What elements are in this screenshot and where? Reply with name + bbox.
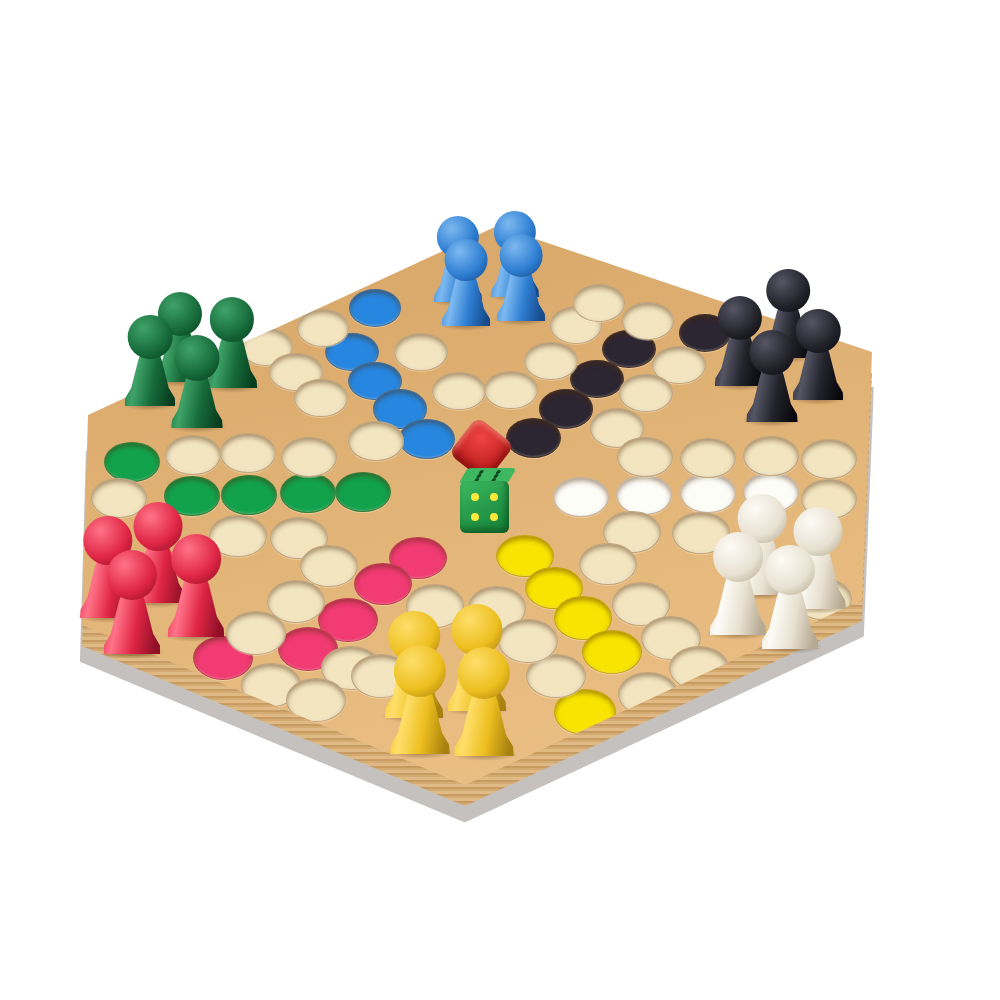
hole-cream-track[interactable] <box>300 545 358 587</box>
hole-cream-track[interactable] <box>743 436 798 476</box>
hole-cream-track[interactable] <box>579 543 637 585</box>
board-scene <box>0 0 1000 1000</box>
white-pawn[interactable] <box>710 532 766 635</box>
hole-cream-track[interactable] <box>619 374 673 413</box>
blue-pawn-head <box>500 234 543 277</box>
hole-green-start[interactable] <box>104 442 160 482</box>
green-pawn[interactable] <box>125 315 176 407</box>
green-die-front-face <box>460 481 509 533</box>
hole-white-goal[interactable] <box>553 477 609 518</box>
hole-black-goal[interactable] <box>506 418 561 458</box>
die-pip <box>490 493 498 501</box>
die-pip <box>496 470 502 474</box>
white-pawn-head <box>713 532 763 582</box>
black-pawn-head <box>766 269 810 313</box>
hole-cream-track[interactable] <box>297 309 350 347</box>
hole-cream-track[interactable] <box>524 342 577 380</box>
white-pawn[interactable] <box>762 545 819 649</box>
green-pawn-head <box>174 335 219 380</box>
hole-blue-goal[interactable] <box>399 419 454 459</box>
hole-cream-track[interactable] <box>226 611 285 655</box>
green-pawn-head <box>128 315 173 360</box>
yellow-pawn-head <box>458 647 510 699</box>
hole-red-goal[interactable] <box>354 563 412 606</box>
red-pawn-head <box>107 550 157 600</box>
hole-cream-track[interactable] <box>617 437 672 477</box>
hole-blue-start[interactable] <box>349 289 401 326</box>
hole-cream-track[interactable] <box>394 333 447 371</box>
yellow-pawn[interactable] <box>454 647 514 756</box>
hole-cream-track[interactable] <box>573 284 625 321</box>
hole-white-goal[interactable] <box>680 473 736 514</box>
hole-green-goal[interactable] <box>221 475 277 516</box>
die-pip <box>490 513 498 521</box>
blue-pawn[interactable] <box>442 239 491 327</box>
blue-pawn-head <box>445 239 488 282</box>
green-die[interactable] <box>460 468 509 533</box>
hole-yellow-goal[interactable] <box>582 630 642 674</box>
hole-cream-track[interactable] <box>484 371 538 410</box>
black-pawn-head <box>749 330 794 375</box>
black-pawn[interactable] <box>793 309 844 400</box>
red-pawn-head <box>171 534 221 584</box>
black-pawn[interactable] <box>746 330 797 422</box>
red-pawn[interactable] <box>104 550 161 654</box>
green-pawn[interactable] <box>171 335 222 428</box>
red-pawn[interactable] <box>168 534 225 637</box>
die-pip <box>478 470 484 474</box>
yellow-pawn[interactable] <box>390 645 449 754</box>
die-pip <box>493 474 499 478</box>
die-pip <box>476 474 482 478</box>
hole-cream-track[interactable] <box>220 433 275 473</box>
hole-cream-track[interactable] <box>294 379 348 418</box>
yellow-pawn-head <box>394 645 446 697</box>
white-pawn-head <box>765 545 815 595</box>
hole-cream-track[interactable] <box>165 435 220 475</box>
black-pawn-head <box>796 309 841 354</box>
hole-green-goal[interactable] <box>280 473 336 514</box>
hole-cream-track[interactable] <box>680 438 735 478</box>
hole-white-goal[interactable] <box>616 475 672 516</box>
hole-cream-track[interactable] <box>801 439 856 479</box>
blue-pawn[interactable] <box>497 234 546 321</box>
die-pip <box>471 493 479 501</box>
hole-cream-track[interactable] <box>348 421 403 461</box>
hole-green-goal[interactable] <box>335 472 391 513</box>
hole-cream-track[interactable] <box>622 302 674 339</box>
hole-cream-track[interactable] <box>281 437 336 477</box>
hole-cream-track[interactable] <box>432 372 486 411</box>
die-pip <box>471 513 479 521</box>
